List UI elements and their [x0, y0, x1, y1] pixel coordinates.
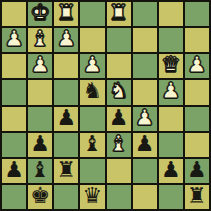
square-a1[interactable] — [185, 2, 209, 26]
white-bishop: ♝ — [30, 28, 50, 50]
square-h6[interactable] — [2, 133, 26, 157]
square-f5[interactable]: ♟ — [54, 107, 78, 131]
square-h4[interactable] — [2, 80, 26, 104]
black-king: ♚ — [30, 185, 50, 207]
square-h7[interactable]: ♟ — [2, 159, 26, 183]
black-knight: ♞ — [83, 80, 103, 102]
black-pawn: ♟ — [135, 133, 155, 155]
square-h2[interactable]: ♟ — [2, 28, 26, 52]
square-d7[interactable] — [107, 159, 131, 183]
square-h8[interactable] — [2, 185, 26, 209]
black-pawn: ♟ — [56, 107, 76, 129]
square-g2[interactable]: ♝ — [28, 28, 52, 52]
square-c3[interactable] — [133, 54, 157, 78]
square-e7[interactable] — [80, 159, 104, 183]
black-pawn: ♟ — [4, 159, 24, 181]
white-pawn: ♟ — [161, 80, 181, 102]
white-bishop: ♝ — [109, 133, 129, 155]
square-h3[interactable] — [2, 54, 26, 78]
white-pawn: ♟ — [4, 28, 24, 50]
white-rook: ♜ — [109, 2, 129, 24]
square-d5[interactable]: ♟ — [107, 107, 131, 131]
square-d1[interactable]: ♜ — [107, 2, 131, 26]
square-c2[interactable] — [133, 28, 157, 52]
square-a5[interactable] — [185, 107, 209, 131]
square-a3[interactable]: ♟ — [185, 54, 209, 78]
square-g7[interactable]: ♝ — [28, 159, 52, 183]
square-b7[interactable]: ♟ — [159, 159, 183, 183]
square-c5[interactable]: ♟ — [133, 107, 157, 131]
black-pawn: ♟ — [187, 159, 207, 181]
square-f7[interactable]: ♜ — [54, 159, 78, 183]
square-a4[interactable] — [185, 80, 209, 104]
white-king: ♚ — [30, 2, 50, 24]
square-d3[interactable] — [107, 54, 131, 78]
black-bishop: ♝ — [30, 159, 50, 181]
square-c4[interactable] — [133, 80, 157, 104]
black-pawn: ♟ — [109, 107, 129, 129]
square-c8[interactable] — [133, 185, 157, 209]
white-pawn: ♟ — [135, 107, 155, 129]
white-pawn: ♟ — [30, 54, 50, 76]
square-c1[interactable] — [133, 2, 157, 26]
square-d6[interactable]: ♝ — [107, 133, 131, 157]
square-b6[interactable] — [159, 133, 183, 157]
square-a8[interactable]: ♜ — [185, 185, 209, 209]
square-f4[interactable] — [54, 80, 78, 104]
black-pawn: ♟ — [30, 133, 50, 155]
white-rook: ♜ — [56, 2, 76, 24]
white-pawn: ♟ — [187, 54, 207, 76]
square-f8[interactable] — [54, 185, 78, 209]
square-h5[interactable] — [2, 107, 26, 131]
white-pawn: ♟ — [83, 54, 103, 76]
square-f6[interactable] — [54, 133, 78, 157]
square-g5[interactable] — [28, 107, 52, 131]
square-f1[interactable]: ♜ — [54, 2, 78, 26]
square-d8[interactable] — [107, 185, 131, 209]
square-g8[interactable]: ♚ — [28, 185, 52, 209]
square-e5[interactable] — [80, 107, 104, 131]
square-b8[interactable] — [159, 185, 183, 209]
white-pawn: ♟ — [56, 28, 76, 50]
square-b1[interactable] — [159, 2, 183, 26]
square-g6[interactable]: ♟ — [28, 133, 52, 157]
square-b4[interactable]: ♟ — [159, 80, 183, 104]
chess-board: ♚♜♜♟♝♟♟♟♛♟♞♞♟♟♟♟♟♝♝♟♟♝♜♟♟♚♛♜ — [0, 0, 211, 211]
square-f3[interactable] — [54, 54, 78, 78]
square-h1[interactable] — [2, 2, 26, 26]
square-a2[interactable] — [185, 28, 209, 52]
square-a6[interactable] — [185, 133, 209, 157]
square-a7[interactable]: ♟ — [185, 159, 209, 183]
square-g3[interactable]: ♟ — [28, 54, 52, 78]
square-c7[interactable] — [133, 159, 157, 183]
white-knight: ♞ — [109, 80, 129, 102]
square-d2[interactable] — [107, 28, 131, 52]
square-e4[interactable]: ♞ — [80, 80, 104, 104]
square-c6[interactable]: ♟ — [133, 133, 157, 157]
black-rook: ♜ — [56, 159, 76, 181]
black-bishop: ♝ — [83, 133, 103, 155]
square-b2[interactable] — [159, 28, 183, 52]
square-g4[interactable] — [28, 80, 52, 104]
square-g1[interactable]: ♚ — [28, 2, 52, 26]
black-pawn: ♟ — [161, 159, 181, 181]
square-f2[interactable]: ♟ — [54, 28, 78, 52]
square-b3[interactable]: ♛ — [159, 54, 183, 78]
square-e1[interactable] — [80, 2, 104, 26]
square-d4[interactable]: ♞ — [107, 80, 131, 104]
square-e8[interactable]: ♛ — [80, 185, 104, 209]
square-e3[interactable]: ♟ — [80, 54, 104, 78]
black-rook: ♜ — [187, 185, 207, 207]
black-queen: ♛ — [83, 185, 103, 207]
square-e6[interactable]: ♝ — [80, 133, 104, 157]
square-b5[interactable] — [159, 107, 183, 131]
square-e2[interactable] — [80, 28, 104, 52]
white-queen: ♛ — [161, 54, 181, 76]
